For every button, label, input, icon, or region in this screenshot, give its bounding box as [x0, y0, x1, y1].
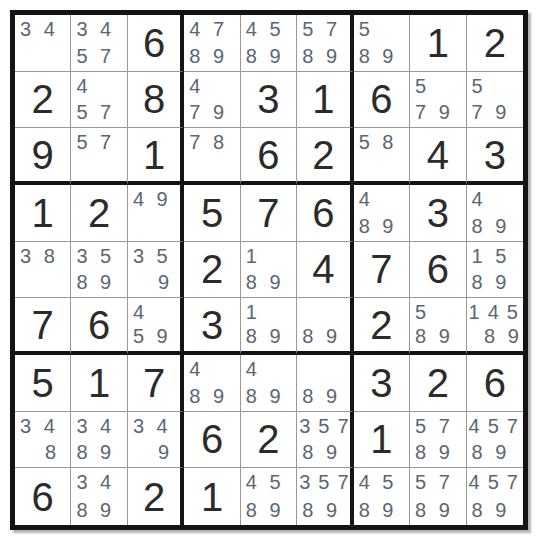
cell-r6c1[interactable]: 7	[15, 298, 71, 355]
solved-digit: 7	[257, 193, 279, 233]
pencil-marks-top: 4	[189, 357, 200, 381]
cell-r5c6[interactable]: 4	[297, 242, 353, 299]
pencil-marks-bottom: 8 9	[472, 440, 507, 464]
cell-r6c4[interactable]: 3	[184, 298, 240, 355]
cell-r7c8[interactable]: 2	[410, 355, 466, 412]
pencil-marks-top: 4	[189, 74, 200, 98]
pencil-marks-bottom: 8 9	[302, 498, 337, 522]
solved-digit: 4	[312, 249, 334, 289]
cell-r1c3[interactable]: 6	[128, 15, 184, 72]
solved-digit: 1	[312, 79, 334, 119]
cell-r4c8[interactable]: 3	[410, 185, 466, 242]
solved-digit: 1	[370, 419, 392, 459]
cell-r4c1[interactable]: 1	[15, 185, 71, 242]
cell-r6c9[interactable]: 1 4 5 8 9	[467, 298, 523, 355]
pencil-marks-bottom: 8 9	[246, 324, 281, 348]
solved-digit: 3	[201, 305, 223, 345]
cell-r1c2[interactable]: 3 45 7	[71, 15, 127, 72]
cell-r1c1[interactable]: 3 4	[15, 15, 71, 72]
pencil-marks-top: 5 8	[359, 130, 394, 154]
cell-r9c2[interactable]: 3 48 9	[71, 468, 127, 525]
pencil-marks-bottom: 5 9	[133, 324, 168, 348]
pencil-marks-top: 3 8	[20, 244, 55, 268]
pencil-marks-top: 4 5 7	[469, 470, 518, 494]
solved-digit: 1	[88, 363, 110, 403]
pencil-marks-top: 3 4	[76, 17, 111, 41]
pencil-marks-top: 4	[359, 187, 370, 211]
solved-digit: 6	[32, 477, 54, 517]
solved-digit: 2	[484, 23, 506, 63]
pencil-marks-bottom: 9	[133, 270, 169, 294]
cell-r2c8[interactable]: 57 9	[410, 72, 466, 129]
cell-r7c2[interactable]: 1	[71, 355, 127, 412]
pencil-marks-bottom: 8 9	[302, 384, 337, 408]
cell-r6c2[interactable]: 6	[71, 298, 127, 355]
cell-r7c3[interactable]: 7	[128, 355, 184, 412]
pencil-marks-bottom: 8 9	[189, 44, 224, 68]
pencil-marks-top: 4 5	[359, 470, 394, 494]
cell-r3c7[interactable]: 5 8	[354, 128, 410, 185]
solved-digit: 4	[427, 135, 449, 175]
pencil-marks-bottom: 8 9	[302, 440, 337, 464]
solved-digit: 1	[427, 23, 449, 63]
cell-r7c1[interactable]: 5	[15, 355, 71, 412]
pencil-marks-bottom: 8 9	[246, 384, 281, 408]
pencil-marks-bottom: 8 9	[246, 270, 281, 294]
cell-r9c7[interactable]: 4 58 9	[354, 468, 410, 525]
pencil-marks-bottom: 8 9	[472, 270, 507, 294]
cell-r7c4[interactable]: 48 9	[184, 355, 240, 412]
cell-r5c7[interactable]: 7	[354, 242, 410, 299]
cell-r1c4[interactable]: 4 78 9	[184, 15, 240, 72]
cell-r7c5[interactable]: 48 9	[241, 355, 297, 412]
cell-r9c4[interactable]: 1	[184, 468, 240, 525]
pencil-marks-bottom: 8 9	[415, 440, 450, 464]
sudoku-board: 3 43 45 764 78 94 58 95 78 958 912245 78…	[10, 10, 528, 530]
pencil-marks-top: 5 7	[302, 17, 337, 41]
cell-r3c6[interactable]: 2	[297, 128, 353, 185]
pencil-marks-top: 4 5 7	[469, 414, 518, 438]
solved-digit: 1	[143, 135, 165, 175]
pencil-marks-top: 5 7	[415, 470, 450, 494]
pencil-marks-top: 1	[246, 244, 257, 268]
solved-digit: 6	[312, 193, 334, 233]
pencil-marks-top: 4 5	[246, 17, 281, 41]
cell-r6c5[interactable]: 18 9	[241, 298, 297, 355]
pencil-marks-bottom: 8	[20, 440, 56, 464]
cell-r5c3[interactable]: 3 5 9	[128, 242, 184, 299]
cell-r5c2[interactable]: 3 58 9	[71, 242, 127, 299]
pencil-marks-bottom: 8 9	[302, 44, 337, 68]
cell-r4c5[interactable]: 7	[241, 185, 297, 242]
solved-digit: 9	[32, 135, 54, 175]
cell-r1c7[interactable]: 58 9	[354, 15, 410, 72]
solved-digit: 5	[32, 363, 54, 403]
cell-r4c2[interactable]: 2	[71, 185, 127, 242]
cell-r3c3[interactable]: 1	[128, 128, 184, 185]
cell-r1c6[interactable]: 5 78 9	[297, 15, 353, 72]
pencil-marks-bottom: 8 9	[246, 44, 281, 68]
solved-digit: 7	[32, 305, 54, 345]
pencil-marks-bottom: 9	[133, 440, 169, 464]
cell-r9c9[interactable]: 4 5 78 9	[467, 468, 523, 525]
solved-digit: 3	[257, 79, 279, 119]
pencil-marks-top: 3 4	[76, 414, 111, 438]
cell-r8c3[interactable]: 3 4 9	[128, 412, 184, 469]
cell-r2c3[interactable]: 8	[128, 72, 184, 129]
pencil-marks-top: 5	[415, 300, 426, 324]
cell-r5c5[interactable]: 18 9	[241, 242, 297, 299]
cell-r9c3[interactable]: 2	[128, 468, 184, 525]
pencil-marks-bottom: 8 9	[359, 498, 394, 522]
pencil-marks-bottom: 8 9	[246, 498, 281, 522]
solved-digit: 7	[370, 249, 392, 289]
pencil-marks-top: 3 5	[76, 244, 111, 268]
pencil-marks-top: 4	[133, 300, 144, 324]
pencil-marks-bottom: 8 9	[359, 214, 394, 238]
pencil-marks-top: 3 5 7	[299, 414, 348, 438]
pencil-marks-top: 4 9	[133, 187, 168, 211]
pencil-marks-bottom: 8 9	[76, 270, 111, 294]
pencil-marks-top: 4	[246, 357, 257, 381]
pencil-marks-top: 5	[472, 74, 483, 98]
solved-digit: 2	[312, 135, 334, 175]
pencil-marks-bottom: 7 9	[189, 100, 224, 124]
solved-digit: 2	[370, 305, 392, 345]
pencil-marks-top: 4 7	[189, 17, 224, 41]
pencil-marks-top: 7 8	[189, 130, 224, 154]
solved-digit: 6	[257, 135, 279, 175]
cell-r2c5[interactable]: 3	[241, 72, 297, 129]
cell-r8c1[interactable]: 3 4 8	[15, 412, 71, 469]
cell-r6c3[interactable]: 45 9	[128, 298, 184, 355]
solved-digit: 1	[201, 477, 223, 517]
cell-r2c1[interactable]: 2	[15, 72, 71, 129]
pencil-marks-top: 3 4	[76, 470, 111, 494]
pencil-marks-top: 3 4	[20, 17, 55, 41]
cell-r1c5[interactable]: 4 58 9	[241, 15, 297, 72]
cell-r3c1[interactable]: 9	[15, 128, 71, 185]
pencil-marks-bottom: 5 7	[76, 100, 111, 124]
cell-r9c1[interactable]: 6	[15, 468, 71, 525]
pencil-marks-bottom: 8 9	[472, 214, 507, 238]
solved-digit: 6	[484, 363, 506, 403]
cell-r6c6[interactable]: 8 9	[297, 298, 353, 355]
pencil-marks-top: 5	[415, 74, 426, 98]
solved-digit: 7	[143, 363, 165, 403]
cell-r8c8[interactable]: 5 78 9	[410, 412, 466, 469]
pencil-marks-top: 4	[472, 187, 483, 211]
pencil-marks-bottom: 8 9	[359, 44, 394, 68]
cell-r2c6[interactable]: 1	[297, 72, 353, 129]
cell-r7c6[interactable]: 8 9	[297, 355, 353, 412]
cell-r8c5[interactable]: 2	[241, 412, 297, 469]
pencil-marks-bottom: 8 9	[76, 498, 111, 522]
pencil-marks-top: 1 4 5	[469, 300, 518, 324]
cell-r3c9[interactable]: 3	[467, 128, 523, 185]
pencil-marks-bottom: 8 9	[76, 440, 111, 464]
cell-r5c4[interactable]: 2	[184, 242, 240, 299]
cell-r8c2[interactable]: 3 48 9	[71, 412, 127, 469]
cell-r4c4[interactable]: 5	[184, 185, 240, 242]
cell-r1c8[interactable]: 1	[410, 15, 466, 72]
pencil-marks-bottom: 8 9	[472, 324, 519, 348]
cell-r9c8[interactable]: 5 78 9	[410, 468, 466, 525]
cell-r5c8[interactable]: 6	[410, 242, 466, 299]
cell-r8c6[interactable]: 3 5 78 9	[297, 412, 353, 469]
cell-r6c8[interactable]: 58 9	[410, 298, 466, 355]
cell-r8c7[interactable]: 1	[354, 412, 410, 469]
cell-r7c7[interactable]: 3	[354, 355, 410, 412]
cell-r5c9[interactable]: 1 58 9	[467, 242, 523, 299]
cell-r3c8[interactable]: 4	[410, 128, 466, 185]
solved-digit: 2	[427, 363, 449, 403]
cell-r5c1[interactable]: 3 8	[15, 242, 71, 299]
pencil-marks-top: 3 5 7	[299, 470, 348, 494]
pencil-marks-bottom: 8 9	[415, 498, 450, 522]
cell-r7c9[interactable]: 6	[467, 355, 523, 412]
pencil-marks-top: 5 7	[415, 414, 450, 438]
cell-r2c7[interactable]: 6	[354, 72, 410, 129]
pencil-marks-bottom: 8 9	[472, 498, 507, 522]
cell-r4c6[interactable]: 6	[297, 185, 353, 242]
solved-digit: 6	[88, 305, 110, 345]
cell-r2c2[interactable]: 45 7	[71, 72, 127, 129]
solved-digit: 2	[32, 79, 54, 119]
pencil-marks-top: 4	[76, 74, 87, 98]
solved-digit: 6	[201, 419, 223, 459]
cell-r2c4[interactable]: 47 9	[184, 72, 240, 129]
solved-digit: 3	[484, 135, 506, 175]
pencil-marks-top: 4 5	[246, 470, 281, 494]
cell-r3c4[interactable]: 7 8	[184, 128, 240, 185]
pencil-marks-bottom: 5 7	[76, 44, 111, 68]
pencil-marks-top: 3 5	[133, 244, 168, 268]
cell-r8c9[interactable]: 4 5 78 9	[467, 412, 523, 469]
pencil-marks-top: 3 4	[20, 414, 55, 438]
cell-r9c5[interactable]: 4 58 9	[241, 468, 297, 525]
solved-digit: 3	[370, 363, 392, 403]
pencil-marks-top: 3 4	[133, 414, 168, 438]
solved-digit: 2	[88, 193, 110, 233]
cell-r9c6[interactable]: 3 5 78 9	[297, 468, 353, 525]
cell-r4c9[interactable]: 48 9	[467, 185, 523, 242]
cell-r2c9[interactable]: 57 9	[467, 72, 523, 129]
cell-r1c9[interactable]: 2	[467, 15, 523, 72]
solved-digit: 6	[370, 79, 392, 119]
pencil-marks-bottom: 7 9	[415, 100, 450, 124]
cell-r6c7[interactable]: 2	[354, 298, 410, 355]
solved-digit: 5	[201, 193, 223, 233]
pencil-marks-bottom: 8 9	[189, 384, 224, 408]
pencil-marks-top: 5	[359, 17, 370, 41]
pencil-marks-top: 5 7	[76, 130, 111, 154]
pencil-marks-top: 1	[246, 300, 257, 324]
pencil-marks-bottom: 7 9	[472, 100, 507, 124]
solved-digit: 6	[143, 23, 165, 63]
solved-digit: 3	[427, 193, 449, 233]
pencil-marks-top: 1 5	[472, 244, 507, 268]
cell-r4c3[interactable]: 4 9	[128, 185, 184, 242]
solved-digit: 6	[427, 249, 449, 289]
cell-r3c5[interactable]: 6	[241, 128, 297, 185]
solved-digit: 2	[143, 477, 165, 517]
solved-digit: 2	[257, 419, 279, 459]
solved-digit: 8	[143, 79, 165, 119]
solved-digit: 1	[32, 193, 54, 233]
cell-r3c2[interactable]: 5 7	[71, 128, 127, 185]
pencil-marks-bottom: 8 9	[302, 324, 337, 348]
cell-r4c7[interactable]: 48 9	[354, 185, 410, 242]
pencil-marks-bottom: 8 9	[415, 324, 450, 348]
cell-r8c4[interactable]: 6	[184, 412, 240, 469]
solved-digit: 2	[201, 249, 223, 289]
